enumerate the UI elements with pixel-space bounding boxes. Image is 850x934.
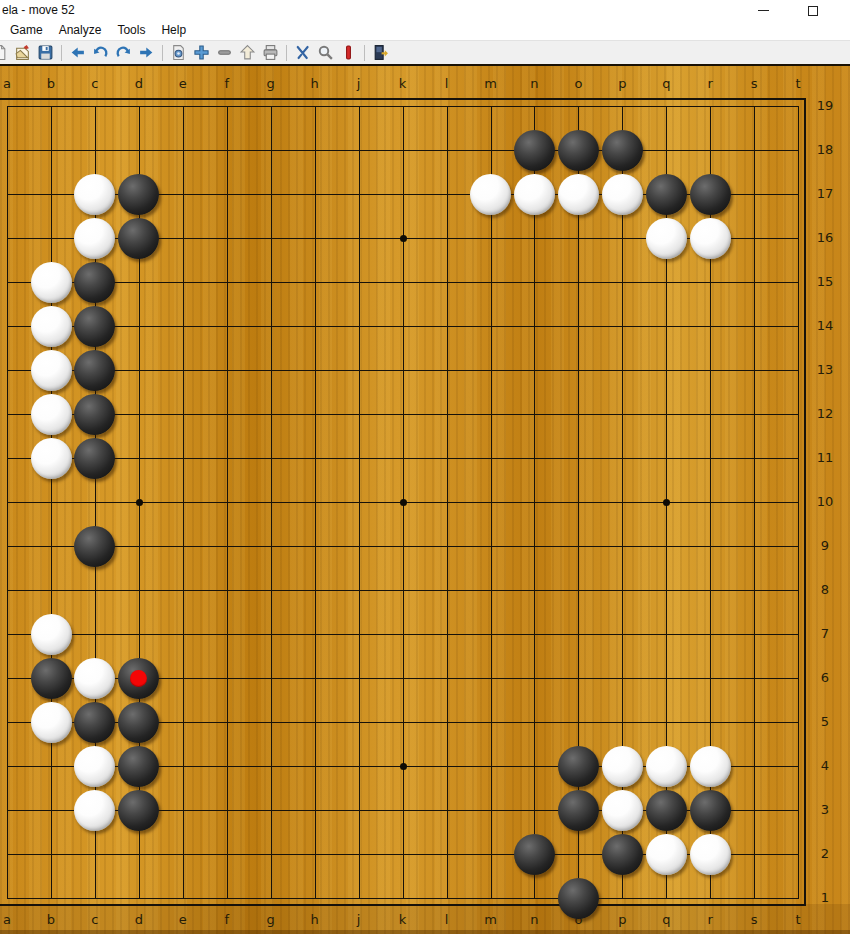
grid-hline [7, 898, 799, 899]
toolbar [0, 40, 850, 64]
grid-hline [7, 370, 799, 371]
maximize-button[interactable] [796, 0, 830, 21]
star-point-q10 [663, 499, 670, 506]
coord-letter-top-n: n [524, 76, 544, 91]
grid-vline [403, 106, 404, 899]
coord-letter-bottom-a: a [0, 912, 17, 927]
coord-letter-bottom-m: m [481, 912, 501, 927]
grid-hline [7, 458, 799, 459]
stone-white-p17 [602, 174, 643, 215]
grid-vline [95, 106, 96, 899]
app-window: ela - move 52 GameAnalyzeToolsHelp aabbc… [0, 0, 850, 934]
stone-white-r4 [690, 746, 731, 787]
stone-black-d17 [118, 174, 159, 215]
coord-letter-top-j: j [349, 76, 369, 91]
coord-letter-top-p: p [612, 76, 632, 91]
stone-black-c11 [74, 438, 115, 479]
star-point-k16 [400, 235, 407, 242]
save-file-icon[interactable] [34, 42, 57, 64]
board-border [0, 98, 806, 906]
coord-letter-bottom-n: n [524, 912, 544, 927]
record-red-marker-icon[interactable] [337, 42, 360, 64]
stone-black-r3 [690, 790, 731, 831]
toolbar-separator [61, 45, 62, 61]
stone-black-d16 [118, 218, 159, 259]
stone-black-o4 [558, 746, 599, 787]
coord-number-11: 11 [810, 450, 840, 465]
print-icon[interactable] [259, 42, 282, 64]
menu-item-help[interactable]: Help [153, 22, 194, 39]
stone-black-o1 [558, 878, 599, 919]
coord-letter-top-s: s [744, 76, 764, 91]
coord-number-14: 14 [810, 318, 840, 333]
grid-vline [622, 106, 623, 899]
new-document-icon[interactable] [0, 42, 11, 64]
coord-letter-top-k: k [393, 76, 413, 91]
add-plus-icon[interactable] [190, 42, 213, 64]
search-magnifier-icon[interactable] [314, 42, 337, 64]
go-board[interactable]: aabbccddeeffgghhjjkkllmmnnooppqqrrsstt19… [0, 64, 850, 934]
undo-icon[interactable] [89, 42, 112, 64]
coord-letter-bottom-c: c [85, 912, 105, 927]
stone-white-b13 [31, 350, 72, 391]
stone-white-q16 [646, 218, 687, 259]
coord-letter-top-g: g [261, 76, 281, 91]
coord-letter-bottom-f: f [217, 912, 237, 927]
coord-number-10: 10 [810, 494, 840, 509]
grid-hline [7, 854, 799, 855]
grid-vline [710, 106, 711, 899]
minimize-icon [758, 10, 769, 11]
coord-letter-bottom-q: q [656, 912, 676, 927]
stone-white-p3 [602, 790, 643, 831]
last-move-marker [130, 670, 147, 687]
grid-hline [7, 238, 799, 239]
grid-hline [7, 634, 799, 635]
maximize-icon [808, 6, 818, 16]
exit-door-icon[interactable] [369, 42, 392, 64]
coord-letter-bottom-j: j [349, 912, 369, 927]
stone-white-b7 [31, 614, 72, 655]
coord-letter-bottom-r: r [700, 912, 720, 927]
coord-number-13: 13 [810, 362, 840, 377]
grid-vline [754, 106, 755, 899]
grid-hline [7, 678, 799, 679]
coord-letter-bottom-t: t [788, 912, 808, 927]
stone-white-c17 [74, 174, 115, 215]
coord-letter-top-c: c [85, 76, 105, 91]
star-point-d10 [136, 499, 143, 506]
menu-item-analyze[interactable]: Analyze [51, 22, 110, 39]
coord-letter-top-d: d [129, 76, 149, 91]
coord-letter-top-b: b [41, 76, 61, 91]
grid-vline [534, 106, 535, 899]
grid-vline [491, 106, 492, 899]
coord-number-15: 15 [810, 274, 840, 289]
toolbar-separator [364, 45, 365, 61]
grid-hline [7, 546, 799, 547]
coord-letter-bottom-b: b [41, 912, 61, 927]
stone-black-d3 [118, 790, 159, 831]
stone-white-o17 [558, 174, 599, 215]
stone-black-c13 [74, 350, 115, 391]
coord-letter-top-o: o [568, 76, 588, 91]
stone-black-c12 [74, 394, 115, 435]
toolbar-separator [162, 45, 163, 61]
coord-letter-top-e: e [173, 76, 193, 91]
coord-number-6: 6 [810, 670, 840, 685]
grid-hline [7, 326, 799, 327]
star-point-k4 [400, 763, 407, 770]
stone-white-r2 [690, 834, 731, 875]
stone-white-q2 [646, 834, 687, 875]
grid-vline [578, 106, 579, 899]
grid-hline [7, 282, 799, 283]
coord-number-9: 9 [810, 538, 840, 553]
coord-letter-bottom-h: h [305, 912, 325, 927]
coord-number-8: 8 [810, 582, 840, 597]
stone-white-b15 [31, 262, 72, 303]
stone-white-b5 [31, 702, 72, 743]
remove-minus-icon[interactable] [213, 42, 236, 64]
menu-bar: GameAnalyzeToolsHelp [0, 21, 850, 40]
stone-black-c14 [74, 306, 115, 347]
stone-black-p18 [602, 130, 643, 171]
star-point-d4 [136, 763, 143, 770]
stone-black-o3 [558, 790, 599, 831]
coord-letter-bottom-s: s [744, 912, 764, 927]
coord-letter-top-h: h [305, 76, 325, 91]
minimize-button[interactable] [746, 0, 780, 21]
stone-white-n17 [514, 174, 555, 215]
coord-letter-bottom-d: d [129, 912, 149, 927]
menu-item-tools[interactable]: Tools [109, 22, 153, 39]
stone-black-q3 [646, 790, 687, 831]
delete-x-icon[interactable] [291, 42, 314, 64]
toolbar-separator [286, 45, 287, 61]
redo-icon[interactable] [112, 42, 135, 64]
stone-white-q4 [646, 746, 687, 787]
coord-letter-top-r: r [700, 76, 720, 91]
coord-letter-top-f: f [217, 76, 237, 91]
grid-vline [271, 106, 272, 899]
grid-hline [7, 414, 799, 415]
forward-arrow-icon[interactable] [135, 42, 158, 64]
coord-number-5: 5 [810, 714, 840, 729]
coord-letter-top-t: t [788, 76, 808, 91]
stone-white-p4 [602, 746, 643, 787]
coord-letter-bottom-p: p [612, 912, 632, 927]
grid-vline [139, 106, 140, 899]
coord-letter-top-q: q [656, 76, 676, 91]
stone-black-c5 [74, 702, 115, 743]
stone-black-o18 [558, 130, 599, 171]
coord-number-12: 12 [810, 406, 840, 421]
grid-hline [7, 106, 799, 107]
coord-letter-bottom-k: k [393, 912, 413, 927]
coord-letter-top-l: l [437, 76, 457, 91]
stone-black-d4 [118, 746, 159, 787]
coord-number-2: 2 [810, 846, 840, 861]
coord-letter-bottom-g: g [261, 912, 281, 927]
coord-letter-bottom-e: e [173, 912, 193, 927]
score-document-icon[interactable] [167, 42, 190, 64]
grid-vline [447, 106, 448, 899]
grid-hline [7, 722, 799, 723]
stone-white-c4 [74, 746, 115, 787]
stone-black-b6 [31, 658, 72, 699]
stone-black-p2 [602, 834, 643, 875]
back-arrow-icon[interactable] [66, 42, 89, 64]
grid-vline [51, 106, 52, 899]
coord-letter-top-a: a [0, 76, 17, 91]
menu-item-game[interactable]: Game [2, 22, 51, 39]
stone-white-c3 [74, 790, 115, 831]
star-point-k10 [400, 499, 407, 506]
window-title: ela - move 52 [2, 3, 75, 17]
stone-white-m17 [470, 174, 511, 215]
grid-vline [7, 106, 8, 899]
grid-hline [7, 502, 799, 503]
coord-letter-bottom-o: o [568, 912, 588, 927]
board-bottom-margin [0, 904, 850, 934]
star-point-q4 [663, 763, 670, 770]
stone-black-d5 [118, 702, 159, 743]
stone-white-c6 [74, 658, 115, 699]
stone-black-c9 [74, 526, 115, 567]
stone-white-r16 [690, 218, 731, 259]
stone-white-b14 [31, 306, 72, 347]
grid-hline [7, 810, 799, 811]
stone-black-n18 [514, 130, 555, 171]
coord-number-18: 18 [810, 142, 840, 157]
grid-vline [666, 106, 667, 899]
title-bar: ela - move 52 [0, 0, 850, 21]
coord-number-16: 16 [810, 230, 840, 245]
board-bottom-edge [0, 930, 850, 934]
grid-vline [359, 106, 360, 899]
coord-letter-top-m: m [481, 76, 501, 91]
stone-black-r17 [690, 174, 731, 215]
stone-white-c16 [74, 218, 115, 259]
star-point-d16 [136, 235, 143, 242]
coord-number-19: 19 [810, 98, 840, 113]
stone-black-c15 [74, 262, 115, 303]
coord-number-7: 7 [810, 626, 840, 641]
grid-hline [7, 766, 799, 767]
star-point-q16 [663, 235, 670, 242]
grid-hline [7, 150, 799, 151]
grid-vline [798, 106, 799, 899]
stone-white-b12 [31, 394, 72, 435]
grid-vline [183, 106, 184, 899]
stone-white-b11 [31, 438, 72, 479]
grid-hline [7, 590, 799, 591]
stone-black-q17 [646, 174, 687, 215]
coord-number-17: 17 [810, 186, 840, 201]
grid-vline [227, 106, 228, 899]
grid-vline [315, 106, 316, 899]
coord-number-4: 4 [810, 758, 840, 773]
coord-letter-bottom-l: l [437, 912, 457, 927]
grid-hline [7, 194, 799, 195]
stone-black-n2 [514, 834, 555, 875]
stone-black-d6 [118, 658, 159, 699]
open-file-icon[interactable] [11, 42, 34, 64]
promote-up-icon[interactable] [236, 42, 259, 64]
coord-number-3: 3 [810, 802, 840, 817]
coord-number-1: 1 [810, 890, 840, 905]
